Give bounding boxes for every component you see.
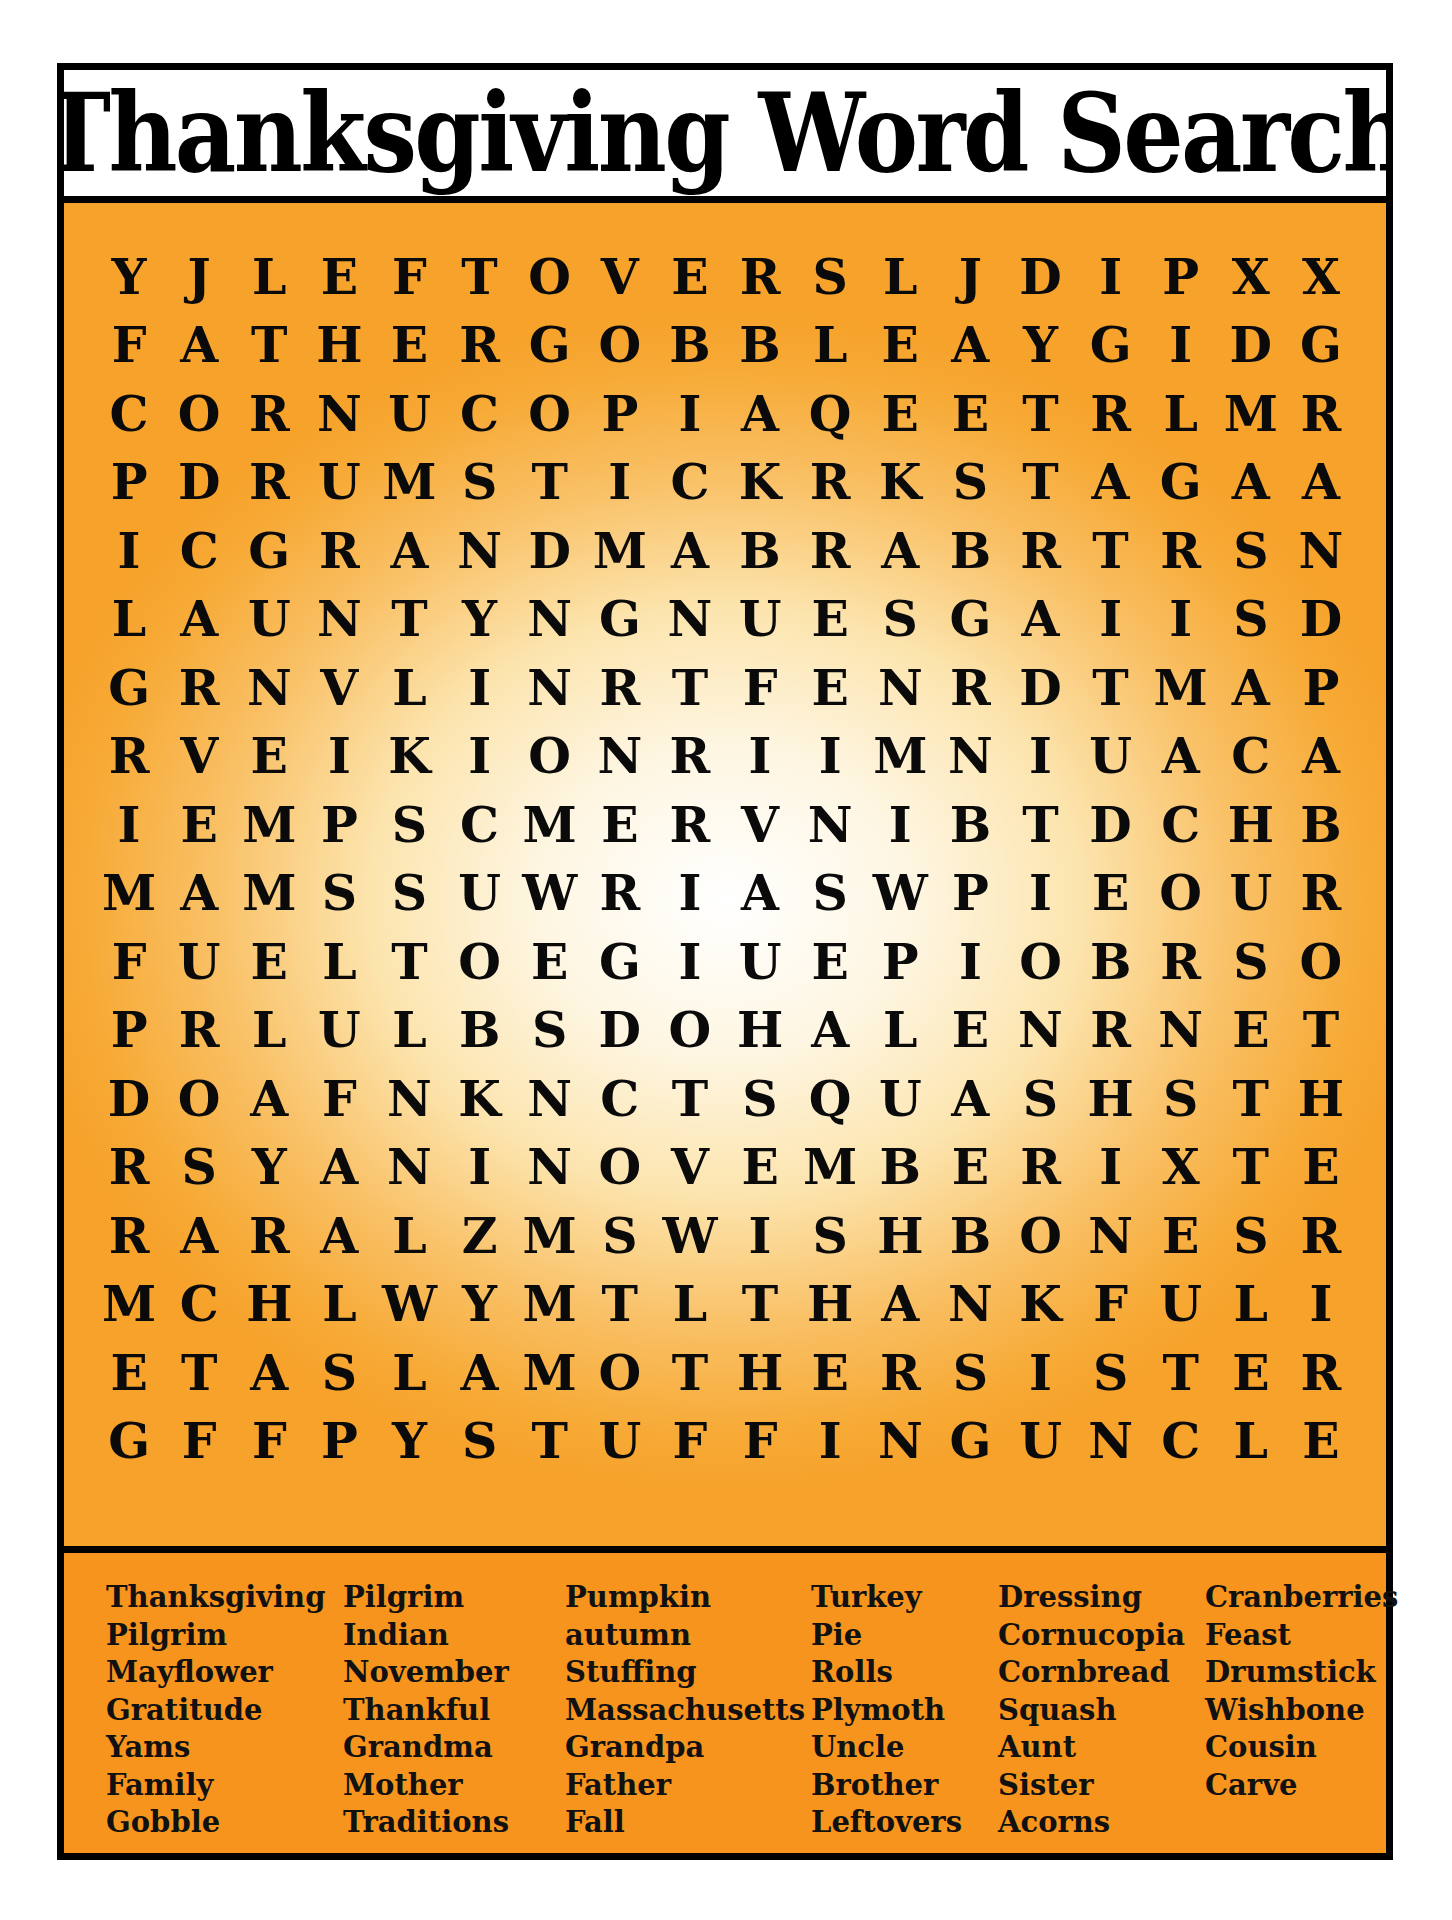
grid-cell-r15c17: S (1216, 1202, 1286, 1271)
grid-cell-r10c8: R (585, 860, 655, 929)
grid-cell-r11c12: P (865, 928, 935, 997)
grid-cell-r15c15: N (1076, 1202, 1146, 1271)
word-list-item: Leftovers (811, 1804, 962, 1842)
grid-cell-r16c11: H (795, 1271, 865, 1340)
grid-cell-r17c11: E (795, 1339, 865, 1408)
grid-cell-r3c15: R (1076, 380, 1146, 449)
grid-cell-r11c6: O (445, 928, 515, 997)
grid-cell-r13c14: S (1005, 1065, 1075, 1134)
grid-cell-r1c1: Y (94, 243, 164, 312)
grid-cell-r10c3: M (234, 860, 304, 929)
grid-cell-r3c3: R (234, 380, 304, 449)
word-list-item: Fall (565, 1804, 805, 1842)
word-list-item: Gobble (106, 1804, 325, 1842)
word-list-item: Thankful (343, 1692, 509, 1730)
word-list-item: Grandma (343, 1729, 509, 1767)
grid-cell-r12c10: H (725, 997, 795, 1066)
grid-cell-r8c18: A (1286, 723, 1356, 792)
grid-cell-r16c9: L (655, 1271, 725, 1340)
grid-cell-r4c6: S (445, 449, 515, 518)
word-list-item: Massachusetts (565, 1692, 805, 1730)
word-list-item: Indian (343, 1617, 509, 1655)
grid-cell-r14c18: E (1286, 1134, 1356, 1203)
grid-cell-r2c15: G (1076, 312, 1146, 381)
grid-cell-r7c10: F (725, 654, 795, 723)
grid-cell-r8c15: U (1076, 723, 1146, 792)
grid-cell-r6c17: S (1216, 586, 1286, 655)
grid-cell-r13c17: T (1216, 1065, 1286, 1134)
grid-cell-r17c14: I (1005, 1339, 1075, 1408)
grid-cell-r5c3: G (234, 517, 304, 586)
grid-cell-r6c11: E (795, 586, 865, 655)
grid-cell-r14c9: V (655, 1134, 725, 1203)
grid-cell-r2c6: R (445, 312, 515, 381)
grid-cell-r18c10: F (725, 1408, 795, 1477)
grid-cell-r7c2: R (164, 654, 234, 723)
grid-cell-r13c12: U (865, 1065, 935, 1134)
grid-cell-r1c10: R (725, 243, 795, 312)
grid-cell-r14c15: I (1076, 1134, 1146, 1203)
grid-cell-r6c3: U (234, 586, 304, 655)
grid-cell-r6c5: T (374, 586, 444, 655)
grid-cell-r18c16: C (1146, 1408, 1216, 1477)
grid-cell-r8c11: I (795, 723, 865, 792)
grid-cell-r10c11: S (795, 860, 865, 929)
grid-cell-r17c12: R (865, 1339, 935, 1408)
grid-cell-r9c10: V (725, 791, 795, 860)
grid-cell-r10c2: A (164, 860, 234, 929)
grid-cell-r8c10: I (725, 723, 795, 792)
grid-cell-r4c17: A (1216, 449, 1286, 518)
grid-cell-r10c14: I (1005, 860, 1075, 929)
grid-cell-r10c4: S (304, 860, 374, 929)
grid-cell-r1c3: L (234, 243, 304, 312)
grid-cell-r2c3: T (234, 312, 304, 381)
grid-cell-r15c5: L (374, 1202, 444, 1271)
grid-cell-r17c9: T (655, 1339, 725, 1408)
word-list-item: Grandpa (565, 1729, 805, 1767)
grid-cell-r5c1: I (94, 517, 164, 586)
grid-cell-r8c9: R (655, 723, 725, 792)
grid-cell-r4c2: D (164, 449, 234, 518)
grid-cell-r9c13: B (935, 791, 1005, 860)
letter-grid: YJLEFTOVERSLJDIPXXFATHERGOBBLEAYGIDGCORN… (64, 203, 1386, 1546)
grid-cell-r18c8: U (585, 1408, 655, 1477)
grid-cell-r5c18: N (1286, 517, 1356, 586)
grid-cell-r12c2: R (164, 997, 234, 1066)
grid-cell-r11c9: I (655, 928, 725, 997)
grid-cell-r1c9: E (655, 243, 725, 312)
grid-cell-r17c7: M (515, 1339, 585, 1408)
grid-cell-r2c5: E (374, 312, 444, 381)
grid-cell-r15c13: B (935, 1202, 1005, 1271)
grid-cell-r3c5: U (374, 380, 444, 449)
grid-cell-r2c17: D (1216, 312, 1286, 381)
grid-cell-r18c13: G (935, 1408, 1005, 1477)
word-list-item: Pilgrim (106, 1617, 325, 1655)
grid-cell-r13c11: Q (795, 1065, 865, 1134)
word-list-item: Brother (811, 1767, 962, 1805)
grid-cell-r7c12: N (865, 654, 935, 723)
word-list-item: Cornbread (998, 1654, 1185, 1692)
grid-cell-r7c5: L (374, 654, 444, 723)
grid-cell-r2c14: Y (1005, 312, 1075, 381)
grid-cell-r17c18: R (1286, 1339, 1356, 1408)
grid-cell-r13c10: S (725, 1065, 795, 1134)
word-list-item: Thanksgiving (106, 1579, 325, 1617)
grid-cell-r10c6: U (445, 860, 515, 929)
grid-cell-r13c7: N (515, 1065, 585, 1134)
grid-cell-r18c15: N (1076, 1408, 1146, 1477)
grid-cell-r3c17: M (1216, 380, 1286, 449)
grid-cell-r16c7: M (515, 1271, 585, 1340)
grid-cell-r8c6: I (445, 723, 515, 792)
grid-cell-r12c16: N (1146, 997, 1216, 1066)
grid-cell-r15c10: I (725, 1202, 795, 1271)
grid-cell-r1c18: X (1286, 243, 1356, 312)
grid-cell-r16c18: I (1286, 1271, 1356, 1340)
grid-cell-r16c4: L (304, 1271, 374, 1340)
word-list-item: Uncle (811, 1729, 962, 1767)
grid-cell-r13c4: F (304, 1065, 374, 1134)
grid-cell-r7c4: V (304, 654, 374, 723)
grid-cell-r5c11: R (795, 517, 865, 586)
grid-cell-r5c7: D (515, 517, 585, 586)
grid-cell-r18c14: U (1005, 1408, 1075, 1477)
grid-cell-r1c17: X (1216, 243, 1286, 312)
grid-cell-r11c3: E (234, 928, 304, 997)
grid-cell-r10c18: R (1286, 860, 1356, 929)
grid-cell-r17c5: L (374, 1339, 444, 1408)
grid-cell-r5c17: S (1216, 517, 1286, 586)
grid-cell-r8c13: N (935, 723, 1005, 792)
grid-cell-r9c2: E (164, 791, 234, 860)
grid-cell-r17c2: T (164, 1339, 234, 1408)
word-list-column-3: PumpkinautumnStuffingMassachusettsGrandp… (565, 1579, 805, 1842)
grid-cell-r6c1: L (94, 586, 164, 655)
grid-cell-r4c18: A (1286, 449, 1356, 518)
word-list-item: Rolls (811, 1654, 962, 1692)
grid-cell-r14c1: R (94, 1134, 164, 1203)
grid-cell-r5c16: R (1146, 517, 1216, 586)
grid-cell-r7c18: P (1286, 654, 1356, 723)
grid-cell-r18c2: F (164, 1408, 234, 1477)
grid-cell-r3c1: C (94, 380, 164, 449)
grid-cell-r9c18: B (1286, 791, 1356, 860)
grid-cell-r3c13: E (935, 380, 1005, 449)
word-list-item: Acorns (998, 1804, 1185, 1842)
grid-cell-r14c11: M (795, 1134, 865, 1203)
grid-cell-r12c1: P (94, 997, 164, 1066)
grid-cell-r9c1: I (94, 791, 164, 860)
grid-cell-r3c10: A (725, 380, 795, 449)
grid-cell-r16c14: K (1005, 1271, 1075, 1340)
grid-cell-r16c3: H (234, 1271, 304, 1340)
grid-cell-r2c2: A (164, 312, 234, 381)
grid-cell-r4c12: K (865, 449, 935, 518)
word-list-item: Family (106, 1767, 325, 1805)
grid-cell-r7c11: E (795, 654, 865, 723)
grid-cell-r9c17: H (1216, 791, 1286, 860)
grid-cell-r14c3: Y (234, 1134, 304, 1203)
grid-cell-r9c5: S (374, 791, 444, 860)
grid-cell-r8c7: O (515, 723, 585, 792)
word-list-column-2: PilgrimIndianNovemberThankfulGrandmaMoth… (343, 1579, 509, 1842)
grid-cell-r12c12: L (865, 997, 935, 1066)
grid-cell-r2c18: G (1286, 312, 1356, 381)
grid-cell-r1c7: O (515, 243, 585, 312)
grid-cell-r8c16: A (1146, 723, 1216, 792)
grid-cell-r1c2: J (164, 243, 234, 312)
grid-cell-r17c10: H (725, 1339, 795, 1408)
grid-cell-r1c13: J (935, 243, 1005, 312)
grid-cell-r1c6: T (445, 243, 515, 312)
grid-cell-r7c9: T (655, 654, 725, 723)
grid-cell-r4c7: T (515, 449, 585, 518)
grid-cell-r12c18: T (1286, 997, 1356, 1066)
grid-cell-r1c8: V (585, 243, 655, 312)
grid-cell-r10c1: M (94, 860, 164, 929)
grid-cell-r6c13: G (935, 586, 1005, 655)
grid-cell-r13c13: A (935, 1065, 1005, 1134)
grid-cell-r16c10: T (725, 1271, 795, 1340)
grid-cell-r9c15: D (1076, 791, 1146, 860)
grid-cell-r2c1: F (94, 312, 164, 381)
grid-cell-r11c15: B (1076, 928, 1146, 997)
word-list-item: Feast (1205, 1617, 1398, 1655)
grid-cell-r2c13: A (935, 312, 1005, 381)
grid-cell-r2c16: I (1146, 312, 1216, 381)
grid-cell-r2c11: L (795, 312, 865, 381)
grid-cell-r8c2: V (164, 723, 234, 792)
grid-cell-r5c6: N (445, 517, 515, 586)
grid-cell-r1c11: S (795, 243, 865, 312)
grid-cell-r8c5: K (374, 723, 444, 792)
word-list-item: Wishbone (1205, 1692, 1398, 1730)
grid-cell-r15c9: W (655, 1202, 725, 1271)
grid-cell-r14c4: A (304, 1134, 374, 1203)
grid-cell-r10c7: W (515, 860, 585, 929)
grid-cell-r9c14: T (1005, 791, 1075, 860)
grid-cell-r7c15: T (1076, 654, 1146, 723)
word-list-column-4: TurkeyPieRollsPlymothUncleBrotherLeftove… (811, 1579, 962, 1842)
grid-cell-r6c2: A (164, 586, 234, 655)
word-list-item: Pilgrim (343, 1579, 509, 1617)
grid-cell-r15c16: E (1146, 1202, 1216, 1271)
grid-cell-r4c16: G (1146, 449, 1216, 518)
grid-cell-r14c2: S (164, 1134, 234, 1203)
grid-band: YJLEFTOVERSLJDIPXXFATHERGOBBLEAYGIDGCORN… (64, 196, 1386, 1553)
word-list-item: Sister (998, 1767, 1185, 1805)
grid-cell-r7c7: N (515, 654, 585, 723)
word-list-item: Mother (343, 1767, 509, 1805)
grid-cell-r4c11: R (795, 449, 865, 518)
grid-cell-r8c12: M (865, 723, 935, 792)
grid-cell-r13c8: C (585, 1065, 655, 1134)
grid-cell-r17c6: A (445, 1339, 515, 1408)
grid-cell-r11c16: R (1146, 928, 1216, 997)
grid-cell-r13c2: O (164, 1065, 234, 1134)
word-list: ThanksgivingPilgrimMayflowerGratitudeYam… (64, 1553, 1386, 1853)
grid-cell-r2c4: H (304, 312, 374, 381)
word-list-item: Cousin (1205, 1729, 1398, 1767)
grid-cell-r3c4: N (304, 380, 374, 449)
grid-cell-r11c11: E (795, 928, 865, 997)
grid-cell-r14c14: R (1005, 1134, 1075, 1203)
grid-cell-r16c13: N (935, 1271, 1005, 1340)
word-list-item: Pie (811, 1617, 962, 1655)
grid-cell-r6c8: G (585, 586, 655, 655)
grid-cell-r10c5: S (374, 860, 444, 929)
grid-cell-r5c15: T (1076, 517, 1146, 586)
grid-cell-r4c15: A (1076, 449, 1146, 518)
grid-cell-r5c14: R (1005, 517, 1075, 586)
word-list-item: Cranberries (1205, 1579, 1398, 1617)
grid-cell-r3c12: E (865, 380, 935, 449)
grid-cell-r6c14: A (1005, 586, 1075, 655)
word-list-item: Aunt (998, 1729, 1185, 1767)
grid-cell-r5c5: A (374, 517, 444, 586)
grid-cell-r15c14: O (1005, 1202, 1075, 1271)
grid-cell-r18c7: T (515, 1408, 585, 1477)
grid-cell-r10c16: O (1146, 860, 1216, 929)
grid-cell-r13c15: H (1076, 1065, 1146, 1134)
grid-cell-r4c13: S (935, 449, 1005, 518)
grid-cell-r14c12: B (865, 1134, 935, 1203)
grid-cell-r11c1: F (94, 928, 164, 997)
grid-cell-r11c7: E (515, 928, 585, 997)
grid-cell-r13c18: H (1286, 1065, 1356, 1134)
grid-cell-r10c15: E (1076, 860, 1146, 929)
grid-cell-r15c18: R (1286, 1202, 1356, 1271)
grid-cell-r14c6: I (445, 1134, 515, 1203)
grid-cell-r9c11: N (795, 791, 865, 860)
grid-cell-r13c16: S (1146, 1065, 1216, 1134)
grid-cell-r9c12: I (865, 791, 935, 860)
grid-cell-r7c8: R (585, 654, 655, 723)
grid-cell-r5c2: C (164, 517, 234, 586)
grid-cell-r9c3: M (234, 791, 304, 860)
grid-cell-r8c4: I (304, 723, 374, 792)
grid-cell-r2c10: B (725, 312, 795, 381)
word-list-item: autumn (565, 1617, 805, 1655)
grid-cell-r3c16: L (1146, 380, 1216, 449)
grid-cell-r13c3: A (234, 1065, 304, 1134)
grid-cell-r10c9: I (655, 860, 725, 929)
word-list-item: Dressing (998, 1579, 1185, 1617)
grid-cell-r14c5: N (374, 1134, 444, 1203)
grid-cell-r13c9: T (655, 1065, 725, 1134)
grid-cell-r12c14: N (1005, 997, 1075, 1066)
grid-cell-r4c9: C (655, 449, 725, 518)
grid-cell-r18c3: F (234, 1408, 304, 1477)
grid-cell-r13c6: K (445, 1065, 515, 1134)
grid-cell-r7c16: M (1146, 654, 1216, 723)
grid-cell-r17c13: S (935, 1339, 1005, 1408)
word-list-column-1: ThanksgivingPilgrimMayflowerGratitudeYam… (106, 1579, 325, 1842)
grid-cell-r6c12: S (865, 586, 935, 655)
grid-cell-r11c17: S (1216, 928, 1286, 997)
grid-cell-r6c10: U (725, 586, 795, 655)
word-list-item: Pumpkin (565, 1579, 805, 1617)
word-list-item: Traditions (343, 1804, 509, 1842)
grid-cell-r13c1: D (94, 1065, 164, 1134)
grid-cell-r6c7: N (515, 586, 585, 655)
grid-cell-r1c4: E (304, 243, 374, 312)
grid-cell-r16c17: L (1216, 1271, 1286, 1340)
grid-cell-r12c15: R (1076, 997, 1146, 1066)
grid-cell-r12c8: D (585, 997, 655, 1066)
grid-cell-r10c10: A (725, 860, 795, 929)
grid-cell-r15c2: A (164, 1202, 234, 1271)
grid-cell-r7c1: G (94, 654, 164, 723)
grid-cell-r2c12: E (865, 312, 935, 381)
word-list-column-5: DressingCornucopiaCornbreadSquashAuntSis… (998, 1579, 1185, 1842)
grid-cell-r18c18: E (1286, 1408, 1356, 1477)
word-list-item: Plymoth (811, 1692, 962, 1730)
grid-cell-r8c17: C (1216, 723, 1286, 792)
grid-cell-r2c9: B (655, 312, 725, 381)
grid-cell-r11c5: T (374, 928, 444, 997)
grid-cell-r17c15: S (1076, 1339, 1146, 1408)
word-list-item: Stuffing (565, 1654, 805, 1692)
grid-cell-r9c16: C (1146, 791, 1216, 860)
grid-cell-r16c2: C (164, 1271, 234, 1340)
grid-cell-r14c10: E (725, 1134, 795, 1203)
grid-cell-r17c16: T (1146, 1339, 1216, 1408)
puzzle-frame: Thanksgiving Word Search YJLEFTOVERSLJDI… (57, 63, 1393, 1860)
grid-cell-r15c3: R (234, 1202, 304, 1271)
grid-cell-r4c4: U (304, 449, 374, 518)
grid-cell-r8c1: R (94, 723, 164, 792)
word-list-item: Cornucopia (998, 1617, 1185, 1655)
grid-cell-r16c5: W (374, 1271, 444, 1340)
grid-cell-r11c8: G (585, 928, 655, 997)
grid-cell-r6c15: I (1076, 586, 1146, 655)
grid-cell-r17c4: S (304, 1339, 374, 1408)
grid-cell-r12c13: E (935, 997, 1005, 1066)
grid-cell-r3c9: I (655, 380, 725, 449)
grid-cell-r10c12: W (865, 860, 935, 929)
grid-cell-r2c7: G (515, 312, 585, 381)
grid-cell-r6c18: D (1286, 586, 1356, 655)
word-list-item: Squash (998, 1692, 1185, 1730)
grid-cell-r8c14: I (1005, 723, 1075, 792)
grid-cell-r6c6: Y (445, 586, 515, 655)
word-list-item: Mayflower (106, 1654, 325, 1692)
grid-cell-r12c3: L (234, 997, 304, 1066)
grid-cell-r4c3: R (234, 449, 304, 518)
grid-cell-r16c6: Y (445, 1271, 515, 1340)
grid-cell-r18c6: S (445, 1408, 515, 1477)
word-list-item: Yams (106, 1729, 325, 1767)
grid-cell-r3c6: C (445, 380, 515, 449)
grid-cell-r15c6: Z (445, 1202, 515, 1271)
grid-cell-r14c13: E (935, 1134, 1005, 1203)
grid-cell-r17c17: E (1216, 1339, 1286, 1408)
grid-cell-r16c8: T (585, 1271, 655, 1340)
grid-cell-r14c8: O (585, 1134, 655, 1203)
grid-cell-r5c13: B (935, 517, 1005, 586)
grid-cell-r15c1: R (94, 1202, 164, 1271)
grid-cell-r3c11: Q (795, 380, 865, 449)
grid-cell-r14c7: N (515, 1134, 585, 1203)
grid-cell-r11c4: L (304, 928, 374, 997)
grid-cell-r17c8: O (585, 1339, 655, 1408)
grid-cell-r7c14: D (1005, 654, 1075, 723)
word-list-item: Drumstick (1205, 1654, 1398, 1692)
grid-cell-r5c10: B (725, 517, 795, 586)
